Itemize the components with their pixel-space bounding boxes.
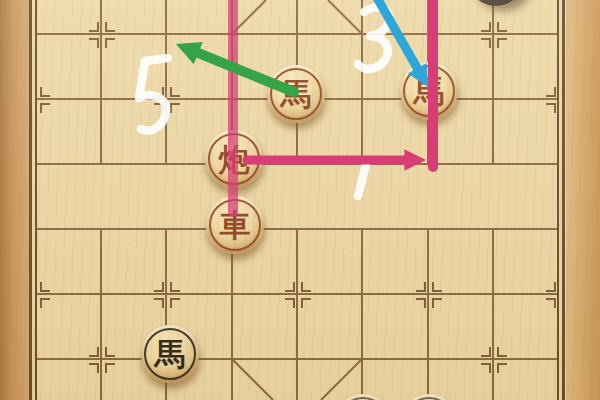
point-marker [154,103,164,113]
xiangqi-board-stage: 馬馬炮車馬 [0,0,600,400]
piece-top-dark-piece[interactable] [467,0,525,6]
file-line [361,228,363,400]
point-marker [154,282,164,292]
point-marker [40,103,50,113]
file-line [165,0,167,165]
point-marker [154,87,164,97]
point-marker [301,298,311,308]
piece-red-cannon[interactable]: 炮 [205,130,263,188]
green-arrow-head [176,42,203,64]
board-border-line [29,0,32,400]
palace-diagonal [232,359,273,400]
file-line [296,228,298,400]
move-annotations-overlay [0,0,600,400]
file-line [492,228,494,400]
piece-character: 馬 [141,325,199,383]
point-marker [301,282,311,292]
file-line [100,0,102,165]
point-marker [546,282,556,292]
point-marker [497,22,507,32]
point-marker [105,347,115,357]
move-number-1 [358,164,366,196]
piece-red-horse-1[interactable]: 馬 [267,65,325,123]
point-marker [497,363,507,373]
point-marker [497,38,507,48]
point-marker [89,347,99,357]
point-marker [154,298,164,308]
piece-bottom-piece-1[interactable] [334,394,392,400]
point-marker [546,298,556,308]
point-marker [546,103,556,113]
board-border-line [35,0,37,400]
point-marker [89,22,99,32]
point-marker [89,363,99,373]
point-marker [432,298,442,308]
point-marker [432,282,442,292]
file-line [100,228,102,400]
palace-diagonal [232,0,266,34]
point-marker [481,22,491,32]
piece-character: 車 [206,196,264,254]
piece-red-horse-2[interactable]: 馬 [400,62,458,120]
point-marker [416,282,426,292]
file-line [427,228,429,400]
point-marker [497,347,507,357]
point-marker [40,87,50,97]
point-marker [170,282,180,292]
piece-bottom-piece-2[interactable] [400,394,458,400]
board-left-margin [0,0,29,400]
board-border-line [557,0,559,400]
point-marker [40,282,50,292]
point-marker [416,298,426,308]
point-marker [105,38,115,48]
pink-arrow-head [404,149,426,171]
palace-diagonals [0,0,600,400]
point-marker [105,363,115,373]
piece-red-chariot[interactable]: 車 [206,196,264,254]
point-marker [481,363,491,373]
piece-black-horse[interactable]: 馬 [141,325,199,383]
file-line [492,0,494,165]
point-marker [285,298,295,308]
point-marker [481,38,491,48]
point-marker [170,87,180,97]
board-right-margin [566,0,600,400]
board-border-line [562,0,565,400]
piece-character: 馬 [267,65,325,123]
point-marker [170,298,180,308]
point-marker [481,347,491,357]
point-marker [546,87,556,97]
point-marker [105,22,115,32]
piece-character: 馬 [400,62,458,120]
point-marker [89,38,99,48]
point-marker [40,298,50,308]
point-marker [285,282,295,292]
point-marker [170,103,180,113]
palace-diagonal [328,0,362,34]
piece-character: 炮 [205,130,263,188]
file-line [361,0,363,165]
